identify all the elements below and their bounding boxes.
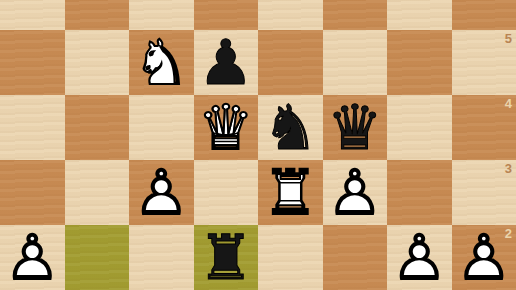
square-a5[interactable] xyxy=(0,30,65,95)
square-a6[interactable] xyxy=(0,0,65,30)
black-queen[interactable]: ♛ xyxy=(323,95,388,160)
square-d2[interactable]: ♜ xyxy=(194,225,259,290)
queen-outline-glyph: ♕ xyxy=(194,95,259,160)
square-e6[interactable] xyxy=(258,0,323,30)
square-h5[interactable]: 5 xyxy=(452,30,516,95)
square-c5[interactable]: ♞♘ xyxy=(129,30,194,95)
square-g6[interactable] xyxy=(387,0,452,30)
white-pawn[interactable]: ♟♙ xyxy=(323,160,388,225)
black-rook[interactable]: ♜ xyxy=(194,225,259,290)
square-d4[interactable]: ♛♕ xyxy=(194,95,259,160)
pawn-outline-glyph: ♙ xyxy=(323,160,388,225)
white-pawn[interactable]: ♟♙ xyxy=(0,225,65,290)
square-a3[interactable] xyxy=(0,160,65,225)
rank-coordinate-4: 4 xyxy=(505,97,512,110)
pawn-outline-glyph: ♙ xyxy=(0,225,65,290)
square-f6[interactable] xyxy=(323,0,388,30)
square-a4[interactable] xyxy=(0,95,65,160)
square-g2[interactable]: ♟♙ xyxy=(387,225,452,290)
rank-coordinate-5: 5 xyxy=(505,32,512,45)
rank-coordinate-2: 2 xyxy=(505,227,512,240)
square-e4[interactable]: ♞ xyxy=(258,95,323,160)
square-e3[interactable]: ♜♖ xyxy=(258,160,323,225)
square-a2[interactable]: ♟♙ xyxy=(0,225,65,290)
square-f3[interactable]: ♟♙ xyxy=(323,160,388,225)
pawn-outline-glyph: ♙ xyxy=(387,225,452,290)
square-c4[interactable] xyxy=(129,95,194,160)
square-h3[interactable]: 3 xyxy=(452,160,516,225)
square-h2[interactable]: 2♟♙ xyxy=(452,225,516,290)
chess-board: ♞♘♟5♛♕♞♛4♟♙♜♖♟♙3♟♙♜♟♙2♟♙ xyxy=(0,0,516,290)
square-d3[interactable] xyxy=(194,160,259,225)
square-f2[interactable] xyxy=(323,225,388,290)
square-e2[interactable] xyxy=(258,225,323,290)
square-f5[interactable] xyxy=(323,30,388,95)
square-h4[interactable]: 4 xyxy=(452,95,516,160)
square-e5[interactable] xyxy=(258,30,323,95)
square-b6[interactable] xyxy=(65,0,130,30)
square-b2[interactable] xyxy=(65,225,130,290)
square-b3[interactable] xyxy=(65,160,130,225)
white-pawn[interactable]: ♟♙ xyxy=(129,160,194,225)
black-pawn[interactable]: ♟ xyxy=(194,30,259,95)
rank-coordinate-3: 3 xyxy=(505,162,512,175)
square-g4[interactable] xyxy=(387,95,452,160)
white-rook[interactable]: ♜♖ xyxy=(258,160,323,225)
square-b4[interactable] xyxy=(65,95,130,160)
square-h6[interactable] xyxy=(452,0,516,30)
square-g3[interactable] xyxy=(387,160,452,225)
white-pawn[interactable]: ♟♙ xyxy=(387,225,452,290)
square-c3[interactable]: ♟♙ xyxy=(129,160,194,225)
square-b5[interactable] xyxy=(65,30,130,95)
square-f4[interactable]: ♛ xyxy=(323,95,388,160)
square-g5[interactable] xyxy=(387,30,452,95)
knight-outline-glyph: ♘ xyxy=(129,30,194,95)
square-d5[interactable]: ♟ xyxy=(194,30,259,95)
white-knight[interactable]: ♞♘ xyxy=(129,30,194,95)
pawn-outline-glyph: ♙ xyxy=(129,160,194,225)
black-knight[interactable]: ♞ xyxy=(258,95,323,160)
white-queen[interactable]: ♛♕ xyxy=(194,95,259,160)
rook-outline-glyph: ♖ xyxy=(258,160,323,225)
square-c2[interactable] xyxy=(129,225,194,290)
